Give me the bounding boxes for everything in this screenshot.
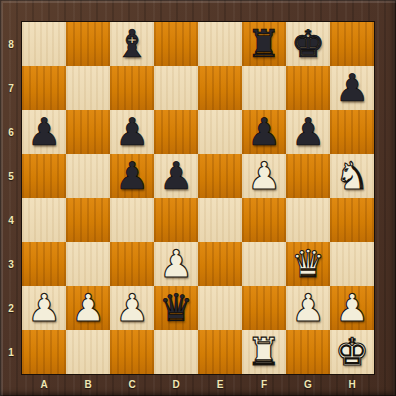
square-b5[interactable]: [66, 154, 110, 198]
square-h6[interactable]: [330, 110, 374, 154]
square-c1[interactable]: [110, 330, 154, 374]
piece-white-knight[interactable]: ♞: [330, 154, 374, 198]
piece-black-pawn[interactable]: ♟: [110, 154, 154, 198]
square-a1[interactable]: [22, 330, 66, 374]
square-a7[interactable]: [22, 66, 66, 110]
piece-black-bishop[interactable]: ♝: [110, 22, 154, 66]
rank-labels: 87654321: [0, 22, 22, 374]
piece-white-pawn[interactable]: ♟: [286, 286, 330, 330]
square-g8[interactable]: ♚: [286, 22, 330, 66]
chess-board: ♝♜♚♟♟♟♟♟♟♟♟♞♟♛♟♟♟♛♟♟♜♚: [22, 22, 374, 374]
square-a3[interactable]: [22, 242, 66, 286]
piece-white-pawn[interactable]: ♟: [242, 154, 286, 198]
square-b3[interactable]: [66, 242, 110, 286]
square-d6[interactable]: [154, 110, 198, 154]
square-b2[interactable]: ♟: [66, 286, 110, 330]
rank-label-4: 4: [0, 198, 22, 242]
square-g6[interactable]: ♟: [286, 110, 330, 154]
square-h2[interactable]: ♟: [330, 286, 374, 330]
square-a5[interactable]: [22, 154, 66, 198]
square-d2[interactable]: ♛: [154, 286, 198, 330]
square-h8[interactable]: [330, 22, 374, 66]
square-h5[interactable]: ♞: [330, 154, 374, 198]
file-labels: ABCDEFGH: [22, 374, 374, 396]
square-g4[interactable]: [286, 198, 330, 242]
rank-label-8: 8: [0, 22, 22, 66]
piece-black-rook[interactable]: ♜: [242, 22, 286, 66]
square-a2[interactable]: ♟: [22, 286, 66, 330]
square-a6[interactable]: ♟: [22, 110, 66, 154]
square-b6[interactable]: [66, 110, 110, 154]
square-h3[interactable]: [330, 242, 374, 286]
square-g3[interactable]: ♛: [286, 242, 330, 286]
square-g1[interactable]: [286, 330, 330, 374]
square-f3[interactable]: [242, 242, 286, 286]
square-g7[interactable]: [286, 66, 330, 110]
square-c6[interactable]: ♟: [110, 110, 154, 154]
rank-label-3: 3: [0, 242, 22, 286]
piece-black-pawn[interactable]: ♟: [330, 66, 374, 110]
piece-black-queen[interactable]: ♛: [154, 286, 198, 330]
rank-label-2: 2: [0, 286, 22, 330]
square-d7[interactable]: [154, 66, 198, 110]
file-label-b: B: [66, 374, 110, 394]
file-label-a: A: [22, 374, 66, 394]
square-e2[interactable]: [198, 286, 242, 330]
rank-label-7: 7: [0, 66, 22, 110]
square-b8[interactable]: [66, 22, 110, 66]
rank-label-5: 5: [0, 154, 22, 198]
piece-white-pawn[interactable]: ♟: [22, 286, 66, 330]
file-label-f: F: [242, 374, 286, 394]
piece-black-pawn[interactable]: ♟: [110, 110, 154, 154]
square-f7[interactable]: [242, 66, 286, 110]
square-b7[interactable]: [66, 66, 110, 110]
square-d8[interactable]: [154, 22, 198, 66]
piece-black-pawn[interactable]: ♟: [242, 110, 286, 154]
square-f2[interactable]: [242, 286, 286, 330]
piece-black-pawn[interactable]: ♟: [286, 110, 330, 154]
file-label-e: E: [198, 374, 242, 394]
rank-label-6: 6: [0, 110, 22, 154]
file-label-g: G: [286, 374, 330, 394]
square-c4[interactable]: [110, 198, 154, 242]
piece-white-pawn[interactable]: ♟: [66, 286, 110, 330]
square-e8[interactable]: [198, 22, 242, 66]
square-e7[interactable]: [198, 66, 242, 110]
square-g5[interactable]: [286, 154, 330, 198]
square-h1[interactable]: ♚: [330, 330, 374, 374]
square-h7[interactable]: ♟: [330, 66, 374, 110]
square-c2[interactable]: ♟: [110, 286, 154, 330]
square-d4[interactable]: [154, 198, 198, 242]
square-b4[interactable]: [66, 198, 110, 242]
square-h4[interactable]: [330, 198, 374, 242]
piece-black-king[interactable]: ♚: [286, 22, 330, 66]
square-a8[interactable]: [22, 22, 66, 66]
square-f8[interactable]: ♜: [242, 22, 286, 66]
square-c5[interactable]: ♟: [110, 154, 154, 198]
piece-white-queen[interactable]: ♛: [286, 242, 330, 286]
square-b1[interactable]: [66, 330, 110, 374]
piece-white-pawn[interactable]: ♟: [154, 242, 198, 286]
square-c7[interactable]: [110, 66, 154, 110]
file-label-c: C: [110, 374, 154, 394]
rank-label-1: 1: [0, 330, 22, 374]
piece-black-pawn[interactable]: ♟: [22, 110, 66, 154]
chess-board-frame: ♝♜♚♟♟♟♟♟♟♟♟♞♟♛♟♟♟♛♟♟♜♚ 87654321 ABCDEFGH: [0, 0, 396, 396]
square-a4[interactable]: [22, 198, 66, 242]
square-f6[interactable]: ♟: [242, 110, 286, 154]
square-e6[interactable]: [198, 110, 242, 154]
square-e4[interactable]: [198, 198, 242, 242]
square-g2[interactable]: ♟: [286, 286, 330, 330]
piece-white-pawn[interactable]: ♟: [330, 286, 374, 330]
square-c8[interactable]: ♝: [110, 22, 154, 66]
square-f1[interactable]: ♜: [242, 330, 286, 374]
file-label-d: D: [154, 374, 198, 394]
square-e1[interactable]: [198, 330, 242, 374]
piece-white-pawn[interactable]: ♟: [110, 286, 154, 330]
square-d3[interactable]: ♟: [154, 242, 198, 286]
square-f5[interactable]: ♟: [242, 154, 286, 198]
square-e5[interactable]: [198, 154, 242, 198]
square-f4[interactable]: [242, 198, 286, 242]
square-e3[interactable]: [198, 242, 242, 286]
piece-white-king[interactable]: ♚: [330, 330, 374, 374]
square-d5[interactable]: ♟: [154, 154, 198, 198]
square-c3[interactable]: [110, 242, 154, 286]
piece-black-pawn[interactable]: ♟: [154, 154, 198, 198]
square-d1[interactable]: [154, 330, 198, 374]
file-label-h: H: [330, 374, 374, 394]
piece-white-rook[interactable]: ♜: [242, 330, 286, 374]
